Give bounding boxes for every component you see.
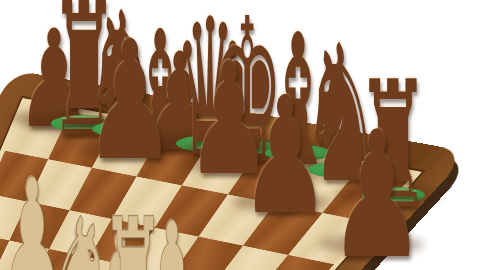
piece-dark-pawn-f7: ♟ xyxy=(240,75,330,237)
piece-dark-pawn-c7: ♟ xyxy=(84,19,176,184)
piece-light-rook-d4: ♜ xyxy=(101,194,166,270)
chess-set-photo: ♟♜♞♝♟♛♚♟♝♟♞♜♟♟♟♟♞♟♜ xyxy=(0,0,480,270)
pieces-layer: ♟♜♞♝♟♛♚♟♝♟♞♜♟♟♟♟♞♟♜ xyxy=(0,0,480,270)
piece-dark-pawn-g7: ♟ xyxy=(328,108,425,270)
